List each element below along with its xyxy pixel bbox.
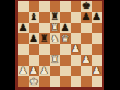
square-e2[interactable] — [60, 66, 71, 77]
square-b4[interactable] — [29, 44, 40, 55]
square-a6[interactable]: ♟ — [18, 23, 29, 34]
square-f1[interactable] — [71, 76, 82, 87]
black-rook-c5[interactable]: ♜ — [40, 33, 49, 43]
square-h3[interactable] — [92, 55, 103, 66]
white-knight-d5[interactable]: ♞ — [50, 33, 59, 43]
square-h4[interactable] — [92, 44, 103, 55]
chess-board: ♚♝♜♟♟♟♜♟♟♜♞♛♟♜♟♟♟♟♟♚ — [18, 1, 102, 87]
black-pawn-g7[interactable]: ♟ — [82, 12, 91, 22]
square-g7[interactable]: ♟ — [81, 12, 92, 23]
square-b6[interactable] — [29, 23, 40, 34]
square-a8[interactable] — [18, 1, 29, 12]
square-a4[interactable] — [18, 44, 29, 55]
white-pawn-b2[interactable]: ♟ — [29, 66, 38, 76]
right-letterbox-bar — [104, 0, 120, 90]
square-c7[interactable] — [39, 12, 50, 23]
square-a7[interactable] — [18, 12, 29, 23]
white-queen-e5[interactable]: ♛ — [61, 33, 70, 43]
square-c1[interactable] — [39, 76, 50, 87]
square-a3[interactable] — [18, 55, 29, 66]
square-b3[interactable] — [29, 55, 40, 66]
square-d7[interactable]: ♜ — [50, 12, 61, 23]
square-b1[interactable]: ♚ — [29, 76, 40, 87]
square-d4[interactable] — [50, 44, 61, 55]
white-pawn-g3[interactable]: ♟ — [82, 55, 91, 65]
chess-board-frame: ♚♝♜♟♟♟♜♟♟♜♞♛♟♜♟♟♟♟♟♚ — [15, 0, 104, 90]
square-g6[interactable] — [81, 23, 92, 34]
white-pawn-f4[interactable]: ♟ — [71, 44, 80, 54]
square-f3[interactable] — [71, 55, 82, 66]
square-b2[interactable]: ♟ — [29, 66, 40, 77]
square-b7[interactable]: ♝ — [29, 12, 40, 23]
square-d8[interactable] — [50, 1, 61, 12]
square-f7[interactable] — [71, 12, 82, 23]
square-a1[interactable] — [18, 76, 29, 87]
square-c5[interactable]: ♜ — [39, 33, 50, 44]
square-d3[interactable]: ♜ — [50, 55, 61, 66]
square-d6[interactable]: ♜ — [50, 23, 61, 34]
white-pawn-h2[interactable]: ♟ — [92, 66, 101, 76]
black-pawn-e6[interactable]: ♟ — [61, 23, 70, 33]
square-e6[interactable]: ♟ — [60, 23, 71, 34]
square-b5[interactable]: ♟ — [29, 33, 40, 44]
black-rook-d7[interactable]: ♜ — [50, 12, 59, 22]
square-h6[interactable] — [92, 23, 103, 34]
square-b8[interactable] — [29, 1, 40, 12]
square-g8[interactable]: ♚ — [81, 1, 92, 12]
black-bishop-b7[interactable]: ♝ — [29, 12, 38, 22]
square-g3[interactable]: ♟ — [81, 55, 92, 66]
square-c2[interactable]: ♟ — [39, 66, 50, 77]
square-e5[interactable]: ♛ — [60, 33, 71, 44]
square-d1[interactable] — [50, 76, 61, 87]
square-h5[interactable] — [92, 33, 103, 44]
screenshot-canvas: ♚♝♜♟♟♟♜♟♟♜♞♛♟♜♟♟♟♟♟♚ — [0, 0, 120, 90]
square-h7[interactable]: ♟ — [92, 12, 103, 23]
white-king-b1[interactable]: ♚ — [29, 76, 38, 86]
square-c3[interactable] — [39, 55, 50, 66]
white-rook-d6[interactable]: ♜ — [50, 23, 59, 33]
square-h1[interactable] — [92, 76, 103, 87]
white-rook-d3[interactable]: ♜ — [50, 55, 59, 65]
square-d5[interactable]: ♞ — [50, 33, 61, 44]
square-a5[interactable] — [18, 33, 29, 44]
square-c6[interactable] — [39, 23, 50, 34]
left-letterbox-bar — [0, 0, 15, 90]
square-g2[interactable] — [81, 66, 92, 77]
square-e3[interactable] — [60, 55, 71, 66]
white-pawn-c2[interactable]: ♟ — [40, 66, 49, 76]
square-f5[interactable] — [71, 33, 82, 44]
black-pawn-a6[interactable]: ♟ — [19, 23, 28, 33]
square-h8[interactable] — [92, 1, 103, 12]
square-e4[interactable] — [60, 44, 71, 55]
square-f2[interactable] — [71, 66, 82, 77]
square-e8[interactable] — [60, 1, 71, 12]
square-c8[interactable] — [39, 1, 50, 12]
black-king-g8[interactable]: ♚ — [82, 1, 91, 11]
square-e7[interactable] — [60, 12, 71, 23]
square-e1[interactable] — [60, 76, 71, 87]
square-f8[interactable] — [71, 1, 82, 12]
square-h2[interactable]: ♟ — [92, 66, 103, 77]
black-pawn-b5[interactable]: ♟ — [29, 33, 38, 43]
square-d2[interactable] — [50, 66, 61, 77]
square-c4[interactable] — [39, 44, 50, 55]
square-a2[interactable]: ♟ — [18, 66, 29, 77]
square-g4[interactable] — [81, 44, 92, 55]
square-f4[interactable]: ♟ — [71, 44, 82, 55]
white-pawn-a2[interactable]: ♟ — [19, 66, 28, 76]
square-f6[interactable] — [71, 23, 82, 34]
black-pawn-h7[interactable]: ♟ — [92, 12, 101, 22]
square-g5[interactable] — [81, 33, 92, 44]
square-g1[interactable] — [81, 76, 92, 87]
